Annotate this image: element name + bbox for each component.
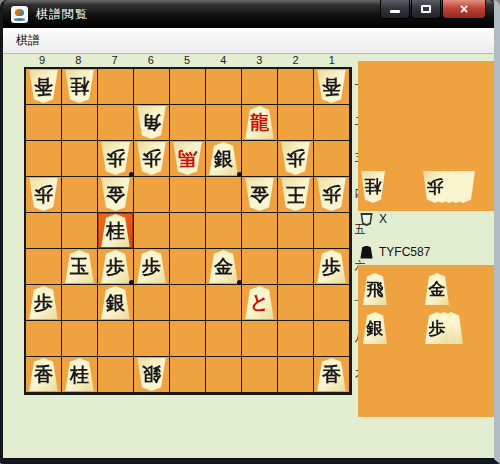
piece-1一: 香 <box>316 70 347 103</box>
board-square-6七 <box>134 285 170 321</box>
piece-4六: 金 <box>208 250 239 283</box>
white-piece-icon <box>360 213 373 226</box>
board-square-2八 <box>278 321 314 357</box>
board-square-4九 <box>206 357 242 393</box>
board-square-6六: 歩 <box>134 249 170 285</box>
gote-player-label: X <box>360 212 387 226</box>
menu-bar: 棋譜 <box>3 28 494 54</box>
app-window: 棋譜閲覧 × 棋譜 987654321 一二三四五六七八九 香桂香角龍歩歩馬銀歩… <box>0 0 500 464</box>
hand-piece-桂: 桂 <box>360 171 386 203</box>
board-square-7二 <box>98 105 134 141</box>
piece-7六: 歩 <box>100 250 131 283</box>
hand-piece-銀: 銀 <box>362 312 388 344</box>
board-square-5六 <box>170 249 206 285</box>
board-square-8三 <box>62 141 98 177</box>
piece-9七: 歩 <box>28 286 59 319</box>
board-square-6四 <box>134 177 170 213</box>
board-square-3一 <box>242 69 278 105</box>
board-square-4八 <box>206 321 242 357</box>
board-square-8四 <box>62 177 98 213</box>
sente-player-label: TYFC587 <box>360 245 430 259</box>
hand-slot-桂: 桂 <box>360 171 386 203</box>
piece-7三: 歩 <box>100 142 131 175</box>
board-square-6八 <box>134 321 170 357</box>
board-square-5八 <box>170 321 206 357</box>
board-square-6三: 歩 <box>134 141 170 177</box>
file-label: 6 <box>133 54 169 67</box>
piece-9一: 香 <box>28 70 59 103</box>
java-icon <box>11 6 28 23</box>
board-square-9七: 歩 <box>26 285 62 321</box>
board-square-7一 <box>98 69 134 105</box>
board-square-8六: 玉 <box>62 249 98 285</box>
piece-1九: 香 <box>316 358 347 391</box>
board-square-3三 <box>242 141 278 177</box>
board-square-2六 <box>278 249 314 285</box>
board-square-3二: 龍 <box>242 105 278 141</box>
board-square-6五 <box>134 213 170 249</box>
board-square-4二 <box>206 105 242 141</box>
board-square-5九 <box>170 357 206 393</box>
title-bar[interactable]: 棋譜閲覧 × <box>3 0 494 28</box>
board-square-4一 <box>206 69 242 105</box>
piece-2四: 王 <box>280 178 311 211</box>
board-square-4五 <box>206 213 242 249</box>
board-square-9八 <box>26 321 62 357</box>
board-wrap: 香桂香角龍歩歩馬銀歩歩金金王歩桂玉歩歩金歩歩銀と香桂銀香 <box>24 67 352 395</box>
maximize-button[interactable] <box>411 0 441 19</box>
hoshi-dot <box>237 172 242 177</box>
file-label: 2 <box>278 54 314 67</box>
board-square-8七 <box>62 285 98 321</box>
board-square-1一: 香 <box>314 69 350 105</box>
hoshi-dot <box>129 172 134 177</box>
board-square-6二: 角 <box>134 105 170 141</box>
piece-8六: 玉 <box>64 250 95 283</box>
board-square-2一 <box>278 69 314 105</box>
board-square-7六: 歩 <box>98 249 134 285</box>
board-square-7五: 桂 <box>98 213 134 249</box>
hoshi-dot <box>129 280 134 285</box>
minimize-icon <box>390 10 400 13</box>
board-square-4六: 金 <box>206 249 242 285</box>
board-square-4七 <box>206 285 242 321</box>
piece-9九: 香 <box>28 358 59 391</box>
piece-3七: と <box>244 286 275 319</box>
board-square-2五 <box>278 213 314 249</box>
file-label: 8 <box>60 54 96 67</box>
piece-8九: 桂 <box>64 358 95 391</box>
board-square-6一 <box>134 69 170 105</box>
board-square-2七 <box>278 285 314 321</box>
board-square-7三: 歩 <box>98 141 134 177</box>
hand-slot-歩: 歩 <box>424 312 464 344</box>
piece-1四: 歩 <box>316 178 347 211</box>
board-square-9三 <box>26 141 62 177</box>
board-square-3四: 金 <box>242 177 278 213</box>
hand-piece-飛: 飛 <box>362 273 388 305</box>
piece-7四: 金 <box>100 178 131 211</box>
board-square-3六 <box>242 249 278 285</box>
board-square-1七 <box>314 285 350 321</box>
close-icon: × <box>460 2 468 16</box>
gote-player-name: X <box>379 212 387 226</box>
board-square-4四 <box>206 177 242 213</box>
piece-6三: 歩 <box>136 142 167 175</box>
board-square-8五 <box>62 213 98 249</box>
piece-6六: 歩 <box>136 250 167 283</box>
hand-slot-金: 金 <box>424 273 450 305</box>
piece-7七: 銀 <box>100 286 131 319</box>
board: 香桂香角龍歩歩馬銀歩歩金金王歩桂玉歩歩金歩歩銀と香桂銀香 <box>24 67 352 395</box>
board-square-3五 <box>242 213 278 249</box>
piece-2三: 歩 <box>280 142 311 175</box>
board-square-3八 <box>242 321 278 357</box>
piece-8一: 桂 <box>64 70 95 103</box>
hand-slot-飛: 飛 <box>362 273 388 305</box>
board-square-8二 <box>62 105 98 141</box>
board-square-5七 <box>170 285 206 321</box>
piece-3二: 龍 <box>244 106 275 139</box>
board-square-1四: 歩 <box>314 177 350 213</box>
piece-9四: 歩 <box>28 178 59 211</box>
hand-piece-金: 金 <box>424 273 450 305</box>
board-square-1九: 香 <box>314 357 350 393</box>
file-labels: 987654321 <box>24 54 350 67</box>
piece-4三: 銀 <box>208 142 239 175</box>
minimize-button[interactable] <box>380 0 410 19</box>
main-area: 987654321 一二三四五六七八九 香桂香角龍歩歩馬銀歩歩金金王歩桂玉歩歩金… <box>3 54 494 458</box>
file-label: 4 <box>205 54 241 67</box>
board-square-2九 <box>278 357 314 393</box>
control-bar: 手数 93まで GO |< < > >| 判定 再生 停止 閉じる <box>3 418 494 458</box>
board-square-5五 <box>170 213 206 249</box>
board-square-5四 <box>170 177 206 213</box>
piece-6二: 角 <box>136 106 167 139</box>
board-square-2四: 王 <box>278 177 314 213</box>
close-button[interactable]: × <box>442 0 486 19</box>
board-square-7七: 銀 <box>98 285 134 321</box>
board-square-8一: 桂 <box>62 69 98 105</box>
piece-7五: 桂 <box>100 214 131 247</box>
file-label: 5 <box>169 54 205 67</box>
board-square-1八 <box>314 321 350 357</box>
hand-slot-歩: 歩 <box>422 171 476 203</box>
board-square-6九: 銀 <box>134 357 170 393</box>
board-square-9九: 香 <box>26 357 62 393</box>
board-square-7四: 金 <box>98 177 134 213</box>
hoshi-dot <box>237 280 242 285</box>
gote-hand-panel: 桂歩 <box>358 61 494 211</box>
board-square-7八 <box>98 321 134 357</box>
board-square-1六: 歩 <box>314 249 350 285</box>
board-square-2二 <box>278 105 314 141</box>
board-square-5三: 馬 <box>170 141 206 177</box>
file-label: 7 <box>96 54 132 67</box>
sente-hand-panel: 飛金銀歩 <box>358 265 494 417</box>
menu-kifu[interactable]: 棋譜 <box>12 30 44 51</box>
board-square-2三: 歩 <box>278 141 314 177</box>
board-square-7九 <box>98 357 134 393</box>
board-square-5一 <box>170 69 206 105</box>
piece-6九: 銀 <box>136 358 167 391</box>
piece-1六: 歩 <box>316 250 347 283</box>
hand-slot-銀: 銀 <box>362 312 388 344</box>
board-square-5二 <box>170 105 206 141</box>
black-piece-icon <box>360 246 373 259</box>
file-label: 9 <box>24 54 60 67</box>
board-square-3七: と <box>242 285 278 321</box>
board-square-9一: 香 <box>26 69 62 105</box>
board-square-9四: 歩 <box>26 177 62 213</box>
board-square-8九: 桂 <box>62 357 98 393</box>
board-square-4三: 銀 <box>206 141 242 177</box>
file-label: 3 <box>241 54 277 67</box>
board-square-9二 <box>26 105 62 141</box>
file-label: 1 <box>314 54 350 67</box>
board-square-8八 <box>62 321 98 357</box>
maximize-icon <box>421 5 431 13</box>
board-square-9五 <box>26 213 62 249</box>
board-square-1五 <box>314 213 350 249</box>
board-square-3九 <box>242 357 278 393</box>
piece-3四: 金 <box>244 178 275 211</box>
window-title: 棋譜閲覧 <box>36 6 88 23</box>
piece-5三: 馬 <box>172 142 203 175</box>
board-square-1三 <box>314 141 350 177</box>
board-square-9六 <box>26 249 62 285</box>
board-square-1二 <box>314 105 350 141</box>
sente-player-name: TYFC587 <box>379 245 430 259</box>
